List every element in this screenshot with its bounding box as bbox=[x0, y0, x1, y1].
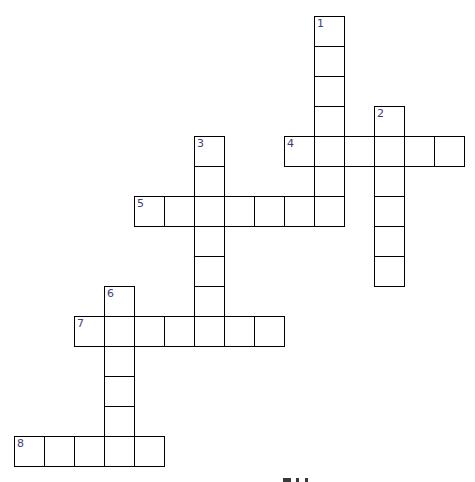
crossword-cell-r9c3[interactable]: 6 bbox=[104, 286, 135, 317]
crossword-cell-r6c8[interactable] bbox=[254, 196, 285, 227]
text-fragment-mark bbox=[296, 478, 299, 482]
crossword-cell-r11c3[interactable] bbox=[104, 346, 135, 377]
crossword-cell-r14c3[interactable] bbox=[104, 436, 135, 467]
crossword-cell-r3c12[interactable]: 2 bbox=[374, 106, 405, 137]
crossword-cell-r0c10[interactable]: 1 bbox=[314, 16, 345, 47]
crossword-cell-r6c6[interactable] bbox=[194, 196, 225, 227]
text-fragment-mark bbox=[283, 478, 291, 482]
clue-number-6: 6 bbox=[107, 288, 114, 299]
crossword-cell-r6c5[interactable] bbox=[164, 196, 195, 227]
crossword-cell-r10c5[interactable] bbox=[164, 316, 195, 347]
crossword-cell-r4c13[interactable] bbox=[404, 136, 435, 167]
crossword-cell-r10c3[interactable] bbox=[104, 316, 135, 347]
clue-number-3: 3 bbox=[197, 138, 204, 149]
cut-off-text-fragment bbox=[0, 478, 475, 482]
crossword-cell-r10c8[interactable] bbox=[254, 316, 285, 347]
crossword-cell-r5c10[interactable] bbox=[314, 166, 345, 197]
crossword-cell-r6c4[interactable]: 5 bbox=[134, 196, 165, 227]
crossword-cell-r4c12[interactable] bbox=[374, 136, 405, 167]
clue-number-7: 7 bbox=[77, 318, 84, 329]
crossword-cell-r6c9[interactable] bbox=[284, 196, 315, 227]
crossword-cell-r1c10[interactable] bbox=[314, 46, 345, 77]
crossword-cell-r6c12[interactable] bbox=[374, 196, 405, 227]
crossword-board: 12345678 bbox=[0, 0, 475, 482]
crossword-cell-r10c7[interactable] bbox=[224, 316, 255, 347]
crossword-cell-r4c6[interactable]: 3 bbox=[194, 136, 225, 167]
crossword-cell-r10c6[interactable] bbox=[194, 316, 225, 347]
crossword-cell-r7c6[interactable] bbox=[194, 226, 225, 257]
crossword-cell-r14c0[interactable]: 8 bbox=[14, 436, 45, 467]
crossword-cell-r5c12[interactable] bbox=[374, 166, 405, 197]
text-fragment-mark bbox=[305, 478, 308, 482]
crossword-cell-r10c2[interactable]: 7 bbox=[74, 316, 105, 347]
crossword-cell-r4c9[interactable]: 4 bbox=[284, 136, 315, 167]
crossword-cell-r3c10[interactable] bbox=[314, 106, 345, 137]
crossword-cell-r6c10[interactable] bbox=[314, 196, 345, 227]
crossword-cell-r2c10[interactable] bbox=[314, 76, 345, 107]
crossword-cell-r4c11[interactable] bbox=[344, 136, 375, 167]
crossword-cell-r8c12[interactable] bbox=[374, 256, 405, 287]
crossword-cell-r10c4[interactable] bbox=[134, 316, 165, 347]
crossword-cell-r14c2[interactable] bbox=[74, 436, 105, 467]
crossword-cell-r8c6[interactable] bbox=[194, 256, 225, 287]
clue-number-5: 5 bbox=[137, 198, 144, 209]
clue-number-1: 1 bbox=[317, 18, 324, 29]
crossword-cell-r14c1[interactable] bbox=[44, 436, 75, 467]
clue-number-8: 8 bbox=[17, 438, 24, 449]
clue-number-2: 2 bbox=[377, 108, 384, 119]
crossword-cell-r4c14[interactable] bbox=[434, 136, 465, 167]
crossword-cell-r9c6[interactable] bbox=[194, 286, 225, 317]
crossword-cell-r6c7[interactable] bbox=[224, 196, 255, 227]
clue-number-4: 4 bbox=[287, 138, 294, 149]
crossword-screen: 12345678 bbox=[0, 0, 475, 482]
crossword-cell-r5c6[interactable] bbox=[194, 166, 225, 197]
crossword-cell-r4c10[interactable] bbox=[314, 136, 345, 167]
crossword-cell-r14c4[interactable] bbox=[134, 436, 165, 467]
crossword-cell-r12c3[interactable] bbox=[104, 376, 135, 407]
crossword-cell-r7c12[interactable] bbox=[374, 226, 405, 257]
crossword-cell-r13c3[interactable] bbox=[104, 406, 135, 437]
